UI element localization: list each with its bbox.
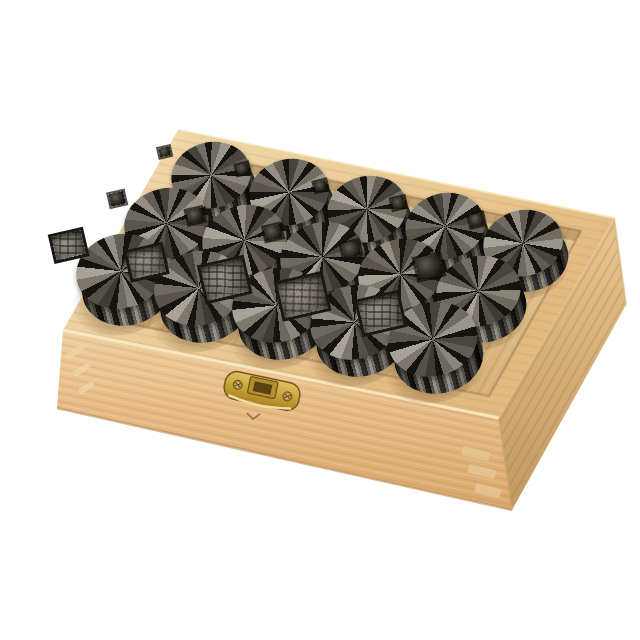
collet-center-hole — [413, 253, 443, 280]
collet-gloss — [399, 185, 477, 203]
collet-center-hole — [263, 224, 283, 242]
collet-bore-opening — [127, 245, 166, 279]
collet-gloss — [117, 180, 200, 199]
product-photo-stage — [0, 0, 640, 640]
collet-center-hole — [391, 196, 406, 210]
collet-center-hole — [314, 180, 328, 193]
collet-center-hole — [185, 207, 204, 224]
collet-grid — [0, 0, 640, 640]
collet-center-hole — [340, 240, 361, 259]
collet-center-hole — [108, 191, 125, 207]
collet-center-hole — [469, 213, 485, 228]
collet-center-hole — [236, 163, 250, 176]
collet-center-hole — [158, 146, 171, 158]
collet-bore-opening — [51, 230, 86, 260]
collet-gloss — [477, 202, 555, 220]
collet-gloss — [321, 168, 399, 186]
collet-gloss — [165, 134, 243, 152]
collet-gloss — [243, 151, 321, 169]
